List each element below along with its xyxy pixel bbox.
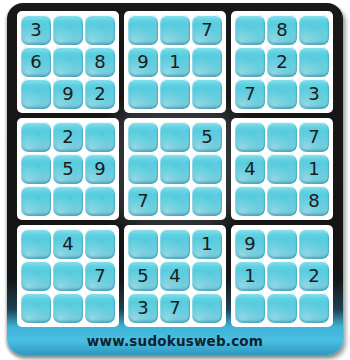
cell-r4c2[interactable]: 2 [53, 122, 83, 152]
sudoku-board: 3689279182732595774184715437912 [17, 11, 333, 327]
cell-r7c4[interactable] [128, 229, 158, 259]
cell-r4c1[interactable] [21, 122, 51, 152]
sudoku-widget: 3689279182732595774184715437912 www.sudo… [0, 0, 350, 360]
cell-r4c4[interactable] [128, 122, 158, 152]
cell-r9c1[interactable] [21, 293, 51, 323]
cell-r8c3[interactable]: 7 [85, 261, 115, 291]
cell-r1c3[interactable] [85, 15, 115, 45]
cell-r6c1[interactable] [21, 186, 51, 216]
cell-r1c6[interactable]: 7 [192, 15, 222, 45]
cell-r9c5[interactable]: 7 [160, 293, 190, 323]
cell-r1c5[interactable] [160, 15, 190, 45]
cell-r5c3[interactable]: 9 [85, 154, 115, 184]
board-frame: 3689279182732595774184715437912 www.sudo… [7, 3, 343, 355]
cell-r6c5[interactable] [160, 186, 190, 216]
cell-r7c6[interactable]: 1 [192, 229, 222, 259]
cell-r4c5[interactable] [160, 122, 190, 152]
block-r1c2: 791 [124, 11, 226, 113]
cell-r4c7[interactable] [235, 122, 265, 152]
cell-r2c8[interactable]: 2 [267, 47, 297, 77]
cell-r4c9[interactable]: 7 [299, 122, 329, 152]
cell-r3c3[interactable]: 2 [85, 79, 115, 109]
cell-r5c2[interactable]: 5 [53, 154, 83, 184]
cell-r8c2[interactable] [53, 261, 83, 291]
block-r2c1: 259 [17, 118, 119, 220]
cell-r9c7[interactable] [235, 293, 265, 323]
cell-r9c4[interactable]: 3 [128, 293, 158, 323]
block-r3c1: 47 [17, 225, 119, 327]
cell-r7c9[interactable] [299, 229, 329, 259]
cell-r1c8[interactable]: 8 [267, 15, 297, 45]
cell-r6c2[interactable] [53, 186, 83, 216]
cell-r2c9[interactable] [299, 47, 329, 77]
block-r2c2: 57 [124, 118, 226, 220]
cell-r9c9[interactable] [299, 293, 329, 323]
cell-r6c4[interactable]: 7 [128, 186, 158, 216]
block-r1c1: 36892 [17, 11, 119, 113]
cell-r3c8[interactable] [267, 79, 297, 109]
cell-r5c8[interactable] [267, 154, 297, 184]
cell-r5c7[interactable]: 4 [235, 154, 265, 184]
cell-r3c9[interactable]: 3 [299, 79, 329, 109]
cell-r9c2[interactable] [53, 293, 83, 323]
cell-r5c6[interactable] [192, 154, 222, 184]
cell-r5c5[interactable] [160, 154, 190, 184]
cell-r2c4[interactable]: 9 [128, 47, 158, 77]
cell-r2c2[interactable] [53, 47, 83, 77]
cell-r5c4[interactable] [128, 154, 158, 184]
cell-r4c3[interactable] [85, 122, 115, 152]
cell-r3c6[interactable] [192, 79, 222, 109]
cell-r7c3[interactable] [85, 229, 115, 259]
cell-r9c3[interactable] [85, 293, 115, 323]
cell-r8c5[interactable]: 4 [160, 261, 190, 291]
cell-r7c2[interactable]: 4 [53, 229, 83, 259]
cell-r2c1[interactable]: 6 [21, 47, 51, 77]
cell-r3c2[interactable]: 9 [53, 79, 83, 109]
block-r3c2: 15437 [124, 225, 226, 327]
cell-r3c4[interactable] [128, 79, 158, 109]
cell-r8c1[interactable] [21, 261, 51, 291]
cell-r8c6[interactable] [192, 261, 222, 291]
cell-r1c7[interactable] [235, 15, 265, 45]
cell-r5c1[interactable] [21, 154, 51, 184]
cell-r8c4[interactable]: 5 [128, 261, 158, 291]
cell-r3c5[interactable] [160, 79, 190, 109]
cell-r2c3[interactable]: 8 [85, 47, 115, 77]
cell-r3c1[interactable] [21, 79, 51, 109]
cell-r1c9[interactable] [299, 15, 329, 45]
cell-r4c8[interactable] [267, 122, 297, 152]
cell-r2c7[interactable] [235, 47, 265, 77]
block-r3c3: 912 [231, 225, 333, 327]
footer-band: www.sudokusweb.com [7, 327, 343, 355]
block-r2c3: 7418 [231, 118, 333, 220]
cell-r9c6[interactable] [192, 293, 222, 323]
cell-r7c5[interactable] [160, 229, 190, 259]
cell-r6c8[interactable] [267, 186, 297, 216]
cell-r1c1[interactable]: 3 [21, 15, 51, 45]
cell-r8c9[interactable]: 2 [299, 261, 329, 291]
site-url: www.sudokusweb.com [87, 333, 263, 349]
cell-r8c7[interactable]: 1 [235, 261, 265, 291]
cell-r6c9[interactable]: 8 [299, 186, 329, 216]
cell-r6c7[interactable] [235, 186, 265, 216]
cell-r7c8[interactable] [267, 229, 297, 259]
cell-r5c9[interactable]: 1 [299, 154, 329, 184]
cell-r1c2[interactable] [53, 15, 83, 45]
cell-r9c8[interactable] [267, 293, 297, 323]
cell-r4c6[interactable]: 5 [192, 122, 222, 152]
cell-r6c6[interactable] [192, 186, 222, 216]
cell-r2c5[interactable]: 1 [160, 47, 190, 77]
cell-r7c1[interactable] [21, 229, 51, 259]
cell-r3c7[interactable]: 7 [235, 79, 265, 109]
cell-r1c4[interactable] [128, 15, 158, 45]
cell-r8c8[interactable] [267, 261, 297, 291]
block-r1c3: 8273 [231, 11, 333, 113]
cell-r7c7[interactable]: 9 [235, 229, 265, 259]
cell-r6c3[interactable] [85, 186, 115, 216]
cell-r2c6[interactable] [192, 47, 222, 77]
